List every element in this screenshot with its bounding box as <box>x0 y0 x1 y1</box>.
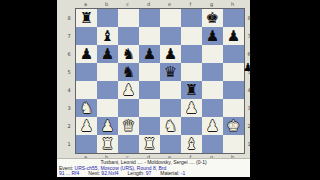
piece-black-pawn-a6: ♟ <box>80 45 93 63</box>
square-f4[interactable]: ♜ <box>181 81 202 99</box>
rank-labels-right: 87654321 <box>246 9 252 153</box>
chess-board: ♜♚♝♟♟♟♟♞♟♟♞♛♟♜♞♟♟♟♛♞♟♚♜♜♝ <box>75 8 245 154</box>
square-e3[interactable] <box>160 99 181 117</box>
square-a5[interactable] <box>76 63 97 81</box>
square-f6[interactable] <box>181 45 202 63</box>
square-d5[interactable] <box>139 63 160 81</box>
square-c8[interactable] <box>118 9 139 27</box>
square-f7[interactable] <box>181 27 202 45</box>
square-d7[interactable] <box>139 27 160 45</box>
coord-label-g: g <box>201 2 222 7</box>
square-a4[interactable] <box>76 81 97 99</box>
coord-label-h: h <box>222 2 243 7</box>
square-e2[interactable]: ♞ <box>160 117 181 135</box>
rank-labels-left: 87654321 <box>66 9 72 153</box>
square-b5[interactable] <box>97 63 118 81</box>
square-g1[interactable] <box>202 135 223 153</box>
square-h8[interactable] <box>223 9 244 27</box>
move-status-line: 91 ... Rf4 Next: 92.Nxf4 Length: 97 Mate… <box>59 171 248 176</box>
square-d4[interactable] <box>139 81 160 99</box>
square-c2[interactable]: ♛ <box>118 117 139 135</box>
square-c3[interactable] <box>118 99 139 117</box>
square-h3[interactable] <box>223 99 244 117</box>
square-c1[interactable] <box>118 135 139 153</box>
piece-white-king-h2: ♚ <box>227 117 240 135</box>
square-b7[interactable]: ♝ <box>97 27 118 45</box>
square-e7[interactable] <box>160 27 181 45</box>
piece-white-pawn-f3: ♟ <box>185 99 198 117</box>
square-b8[interactable] <box>97 9 118 27</box>
piece-black-rook-f4: ♜ <box>185 81 198 99</box>
square-b3[interactable] <box>97 99 118 117</box>
next-move: Next: 92.Nxf4 <box>88 171 118 176</box>
square-h5[interactable] <box>223 63 244 81</box>
square-d2[interactable] <box>139 117 160 135</box>
square-g4[interactable] <box>202 81 223 99</box>
piece-black-pawn-h7: ♟ <box>227 27 240 45</box>
square-g5[interactable] <box>202 63 223 81</box>
material-balance: Material: -1 <box>160 171 185 176</box>
coord-label-1: 1 <box>246 135 252 153</box>
square-c5[interactable]: ♞ <box>118 63 139 81</box>
square-e6[interactable]: ♟ <box>160 45 181 63</box>
square-e1[interactable] <box>160 135 181 153</box>
square-b1[interactable]: ♜ <box>97 135 118 153</box>
square-e4[interactable] <box>160 81 181 99</box>
piece-white-knight-e2: ♞ <box>164 117 177 135</box>
coord-label-2: 2 <box>66 117 72 135</box>
square-e5[interactable]: ♛ <box>160 63 181 81</box>
coord-label-8: 8 <box>66 9 72 27</box>
square-g6[interactable] <box>202 45 223 63</box>
square-b6[interactable]: ♟ <box>97 45 118 63</box>
coord-label-3: 3 <box>246 99 252 117</box>
video-frame: { "game": "chess", "position": { "fen": … <box>0 0 320 180</box>
square-a8[interactable]: ♜ <box>76 9 97 27</box>
coord-label-4: 4 <box>66 81 72 99</box>
game-viewer-panel: abcdefgh abcdefgh 87654321 87654321 ♜♚♝♟… <box>57 0 250 176</box>
square-f3[interactable]: ♟ <box>181 99 202 117</box>
square-a2[interactable]: ♟ <box>76 117 97 135</box>
square-d1[interactable]: ♜ <box>139 135 160 153</box>
square-g3[interactable] <box>202 99 223 117</box>
piece-white-pawn-a2: ♟ <box>80 117 93 135</box>
square-d8[interactable] <box>139 9 160 27</box>
piece-black-king-g8: ♚ <box>206 9 219 27</box>
coord-label-8: 8 <box>246 9 252 27</box>
piece-black-rook-a8: ♜ <box>80 9 93 27</box>
players-result-line: Tusbani, Leonid .... - Moldovsky, Sergei… <box>59 160 248 165</box>
next-value: 92.Nxf4 <box>100 171 119 176</box>
length-label: Length: <box>128 171 145 176</box>
piece-white-queen-c2: ♛ <box>122 117 135 135</box>
piece-white-pawn-g2: ♟ <box>206 117 219 135</box>
square-c7[interactable] <box>118 27 139 45</box>
square-a6[interactable]: ♟ <box>76 45 97 63</box>
square-c4[interactable]: ♟ <box>118 81 139 99</box>
square-h7[interactable]: ♟ <box>223 27 244 45</box>
piece-white-pawn-c4: ♟ <box>122 81 135 99</box>
piece-black-pawn-e6: ♟ <box>164 45 177 63</box>
material-label: Material: <box>160 171 179 176</box>
piece-black-knight-c5: ♞ <box>122 63 135 81</box>
file-labels-top: abcdefgh <box>75 2 245 7</box>
square-a1[interactable] <box>76 135 97 153</box>
square-h6[interactable] <box>223 45 244 63</box>
coord-label-6: 6 <box>66 45 72 63</box>
square-c6[interactable]: ♞ <box>118 45 139 63</box>
piece-black-pawn-b6: ♟ <box>101 45 114 63</box>
square-h2[interactable]: ♚ <box>223 117 244 135</box>
coord-label-2: 2 <box>246 117 252 135</box>
square-f2[interactable] <box>181 117 202 135</box>
game-info-caption: Tusbani, Leonid .... - Moldovsky, Sergei… <box>57 158 250 177</box>
coord-label-7: 7 <box>246 27 252 45</box>
piece-white-knight-a3: ♞ <box>80 99 93 117</box>
coord-label-1: 1 <box>66 135 72 153</box>
square-f1[interactable]: ♝ <box>181 135 202 153</box>
square-g2[interactable]: ♟ <box>202 117 223 135</box>
piece-black-knight-c6: ♞ <box>122 45 135 63</box>
piece-white-bishop-f1: ♝ <box>185 135 198 153</box>
square-d6[interactable]: ♟ <box>139 45 160 63</box>
square-a3[interactable]: ♞ <box>76 99 97 117</box>
coord-label-5: 5 <box>66 63 72 81</box>
coord-label-f: f <box>180 2 201 7</box>
coord-label-b: b <box>96 2 117 7</box>
square-d3[interactable] <box>139 99 160 117</box>
material-value: -1 <box>179 171 185 176</box>
coord-label-3: 3 <box>66 99 72 117</box>
game-length: Length: 97 <box>128 171 152 176</box>
piece-white-rook-d1: ♜ <box>143 135 156 153</box>
coord-label-c: c <box>117 2 138 7</box>
length-value: 97 <box>144 171 151 176</box>
piece-white-rook-b1: ♜ <box>101 135 114 153</box>
square-b4[interactable] <box>97 81 118 99</box>
last-move: 91 ... Rf4 <box>59 171 79 176</box>
piece-black-bishop-b7: ♝ <box>101 27 114 45</box>
square-f5[interactable] <box>181 63 202 81</box>
piece-black-pawn-g7: ♟ <box>206 27 219 45</box>
square-h4[interactable] <box>223 81 244 99</box>
square-b2[interactable]: ♟ <box>97 117 118 135</box>
square-h1[interactable] <box>223 135 244 153</box>
square-a7[interactable] <box>76 27 97 45</box>
piece-black-queen-e5: ♛ <box>164 63 177 81</box>
coord-label-7: 7 <box>66 27 72 45</box>
coord-label-d: d <box>138 2 159 7</box>
square-g7[interactable]: ♟ <box>202 27 223 45</box>
square-f8[interactable] <box>181 9 202 27</box>
material-advantage-pawn-icon: ♟ <box>243 62 253 73</box>
piece-black-pawn-d6: ♟ <box>143 45 156 63</box>
next-label: Next: <box>88 171 100 176</box>
coord-label-a: a <box>75 2 96 7</box>
square-g8[interactable]: ♚ <box>202 9 223 27</box>
coord-label-e: e <box>159 2 180 7</box>
piece-white-pawn-b2: ♟ <box>101 117 114 135</box>
square-e8[interactable] <box>160 9 181 27</box>
coord-label-4: 4 <box>246 81 252 99</box>
